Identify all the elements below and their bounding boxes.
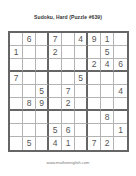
sudoku-cell-r8c3 (36, 124, 49, 137)
sudoku-cell-r6c4 (49, 98, 62, 111)
sudoku-board: 6749112524675574892856154172 (8, 31, 129, 152)
sudoku-cell-r3c5 (62, 59, 75, 72)
sudoku-cell-r4c8 (101, 72, 114, 85)
sudoku-cell-r7c4 (49, 111, 62, 124)
sudoku-cell-r5c6 (75, 85, 88, 98)
sudoku-cell-r9c5: 1 (62, 137, 75, 150)
sudoku-cell-r1c4: 7 (49, 33, 62, 46)
sudoku-cell-r3c7: 2 (88, 59, 101, 72)
puzzle-page: Sudoku, Hard (Puzzle #639) 6749112524675… (0, 0, 136, 176)
sudoku-cell-r8c2 (23, 124, 36, 137)
sudoku-cell-r6c1 (10, 98, 23, 111)
sudoku-cell-r2c3 (36, 46, 49, 59)
sudoku-cell-r5c4 (49, 85, 62, 98)
sudoku-cell-r7c6 (75, 111, 88, 124)
sudoku-cell-r7c5 (62, 111, 75, 124)
sudoku-cell-r7c8: 8 (101, 111, 114, 124)
sudoku-cell-r4c3 (36, 72, 49, 85)
page-title: Sudoku, Hard (Puzzle #639) (0, 14, 136, 20)
sudoku-cell-r9c4: 4 (49, 137, 62, 150)
sudoku-cell-r5c1 (10, 85, 23, 98)
sudoku-cell-r6c5: 2 (62, 98, 75, 111)
sudoku-cell-r2c2 (23, 46, 36, 59)
sudoku-cell-r2c6 (75, 46, 88, 59)
sudoku-cell-r8c7 (88, 124, 101, 137)
sudoku-cell-r9c9 (114, 137, 127, 150)
sudoku-cell-r7c1 (10, 111, 23, 124)
sudoku-cell-r1c1 (10, 33, 23, 46)
footer-url: www.mathinenglish.com (0, 160, 136, 165)
sudoku-cell-r1c6: 4 (75, 33, 88, 46)
sudoku-cell-r6c2: 8 (23, 98, 36, 111)
sudoku-cell-r4c6: 5 (75, 72, 88, 85)
sudoku-cell-r1c3 (36, 33, 49, 46)
sudoku-cell-r4c1: 7 (10, 72, 23, 85)
sudoku-cell-r9c7: 7 (88, 137, 101, 150)
sudoku-cell-r6c6 (75, 98, 88, 111)
sudoku-cell-r1c9 (114, 33, 127, 46)
sudoku-cell-r6c3: 9 (36, 98, 49, 111)
sudoku-cell-r8c8 (101, 124, 114, 137)
sudoku-cell-r1c2: 6 (23, 33, 36, 46)
sudoku-cell-r9c8: 2 (101, 137, 114, 150)
sudoku-cell-r4c2 (23, 72, 36, 85)
sudoku-cell-r1c5 (62, 33, 75, 46)
sudoku-cell-r7c2 (23, 111, 36, 124)
sudoku-cell-r4c5 (62, 72, 75, 85)
sudoku-cell-r4c7 (88, 72, 101, 85)
sudoku-cell-r3c6 (75, 59, 88, 72)
sudoku-cell-r8c4: 5 (49, 124, 62, 137)
sudoku-cell-r8c9: 1 (114, 124, 127, 137)
sudoku-cell-r3c2 (23, 59, 36, 72)
sudoku-cell-r9c3 (36, 137, 49, 150)
sudoku-cell-r2c5 (62, 46, 75, 59)
sudoku-cell-r3c4 (49, 59, 62, 72)
sudoku-cell-r6c9 (114, 98, 127, 111)
sudoku-cell-r1c7: 9 (88, 33, 101, 46)
sudoku-cell-r9c6 (75, 137, 88, 150)
sudoku-cell-r4c4 (49, 72, 62, 85)
sudoku-cell-r5c9: 4 (114, 85, 127, 98)
sudoku-cell-r2c1: 1 (10, 46, 23, 59)
sudoku-cell-r2c4: 2 (49, 46, 62, 59)
sudoku-cell-r3c1 (10, 59, 23, 72)
sudoku-cell-r8c5: 6 (62, 124, 75, 137)
sudoku-cell-r4c9 (114, 72, 127, 85)
sudoku-cell-r9c2: 5 (23, 137, 36, 150)
sudoku-cell-r9c1 (10, 137, 23, 150)
sudoku-cell-r3c9: 6 (114, 59, 127, 72)
sudoku-cell-r5c8 (101, 85, 114, 98)
sudoku-cell-r6c7 (88, 98, 101, 111)
sudoku-cell-r5c7 (88, 85, 101, 98)
sudoku-cell-r8c1 (10, 124, 23, 137)
sudoku-cell-r6c8 (101, 98, 114, 111)
sudoku-cell-r3c3 (36, 59, 49, 72)
sudoku-cell-r7c3 (36, 111, 49, 124)
sudoku-cell-r7c7 (88, 111, 101, 124)
sudoku-cell-r1c8: 1 (101, 33, 114, 46)
sudoku-cell-r8c6 (75, 124, 88, 137)
sudoku-cell-r7c9 (114, 111, 127, 124)
sudoku-cell-r3c8: 4 (101, 59, 114, 72)
